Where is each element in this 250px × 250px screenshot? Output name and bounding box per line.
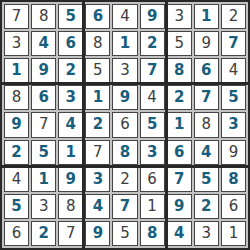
cell-r9c4[interactable]: 9: [85, 221, 110, 246]
cell-r1c6[interactable]: 9: [140, 4, 165, 29]
cell-r6c1[interactable]: 2: [4, 140, 29, 165]
cell-r9c5[interactable]: 5: [112, 221, 137, 246]
cell-r7c9[interactable]: 8: [221, 167, 246, 192]
cell-r7c8[interactable]: 5: [194, 167, 219, 192]
cell-r9c1[interactable]: 6: [4, 221, 29, 246]
cell-r8c9[interactable]: 6: [221, 194, 246, 219]
cell-r4c9[interactable]: 5: [221, 85, 246, 110]
cell-r5c4[interactable]: 2: [85, 112, 110, 137]
cell-r5c1[interactable]: 9: [4, 112, 29, 137]
cell-r6c4[interactable]: 7: [85, 140, 110, 165]
cell-r1c2[interactable]: 8: [31, 4, 56, 29]
cell-r4c1[interactable]: 8: [4, 85, 29, 110]
cell-r5c7[interactable]: 1: [167, 112, 192, 137]
cell-r3c6[interactable]: 7: [140, 58, 165, 83]
cell-r5c3[interactable]: 4: [58, 112, 83, 137]
cell-r7c1[interactable]: 4: [4, 167, 29, 192]
cell-r7c5[interactable]: 2: [112, 167, 137, 192]
cell-r7c2[interactable]: 1: [31, 167, 56, 192]
cell-r6c5[interactable]: 8: [112, 140, 137, 165]
cell-r3c5[interactable]: 3: [112, 58, 137, 83]
cell-r6c8[interactable]: 4: [194, 140, 219, 165]
cell-r4c4[interactable]: 1: [85, 85, 110, 110]
cell-r1c5[interactable]: 4: [112, 4, 137, 29]
cell-r5c6[interactable]: 5: [140, 112, 165, 137]
cell-r1c8[interactable]: 1: [194, 4, 219, 29]
cell-r4c5[interactable]: 9: [112, 85, 137, 110]
cell-r8c7[interactable]: 9: [167, 194, 192, 219]
cell-r1c3[interactable]: 5: [58, 4, 83, 29]
cell-r2c3[interactable]: 6: [58, 31, 83, 56]
cell-r2c5[interactable]: 1: [112, 31, 137, 56]
cell-r5c2[interactable]: 7: [31, 112, 56, 137]
cell-r2c9[interactable]: 7: [221, 31, 246, 56]
cell-r3c2[interactable]: 9: [31, 58, 56, 83]
cell-r1c4[interactable]: 6: [85, 4, 110, 29]
cell-r3c7[interactable]: 8: [167, 58, 192, 83]
cell-r4c2[interactable]: 6: [31, 85, 56, 110]
cell-r6c7[interactable]: 6: [167, 140, 192, 165]
cell-r8c2[interactable]: 3: [31, 194, 56, 219]
cell-r3c4[interactable]: 5: [85, 58, 110, 83]
cell-r6c9[interactable]: 9: [221, 140, 246, 165]
cell-r4c7[interactable]: 2: [167, 85, 192, 110]
cell-r6c6[interactable]: 3: [140, 140, 165, 165]
cell-r4c8[interactable]: 7: [194, 85, 219, 110]
cell-r1c1[interactable]: 7: [4, 4, 29, 29]
cell-r6c2[interactable]: 5: [31, 140, 56, 165]
cell-r7c7[interactable]: 7: [167, 167, 192, 192]
cell-r7c4[interactable]: 3: [85, 167, 110, 192]
cell-r2c7[interactable]: 5: [167, 31, 192, 56]
cell-r8c5[interactable]: 7: [112, 194, 137, 219]
cell-r3c3[interactable]: 2: [58, 58, 83, 83]
cell-r4c6[interactable]: 4: [140, 85, 165, 110]
cell-r8c8[interactable]: 2: [194, 194, 219, 219]
cell-r8c4[interactable]: 4: [85, 194, 110, 219]
cell-r1c7[interactable]: 3: [167, 4, 192, 29]
cell-r9c2[interactable]: 2: [31, 221, 56, 246]
cell-r3c9[interactable]: 4: [221, 58, 246, 83]
cell-r5c8[interactable]: 8: [194, 112, 219, 137]
cell-r9c6[interactable]: 8: [140, 221, 165, 246]
cell-r8c1[interactable]: 5: [4, 194, 29, 219]
cell-r2c8[interactable]: 9: [194, 31, 219, 56]
cell-r7c6[interactable]: 6: [140, 167, 165, 192]
cell-r5c5[interactable]: 6: [112, 112, 137, 137]
cell-r6c3[interactable]: 1: [58, 140, 83, 165]
sudoku-board: 7856493123468125971925378648631942759742…: [2, 2, 248, 248]
sudoku-board-container: 7856493123468125971925378648631942759742…: [0, 0, 250, 250]
cell-r2c1[interactable]: 3: [4, 31, 29, 56]
cell-r9c8[interactable]: 3: [194, 221, 219, 246]
cell-r1c9[interactable]: 2: [221, 4, 246, 29]
cell-r5c9[interactable]: 3: [221, 112, 246, 137]
cell-r4c3[interactable]: 3: [58, 85, 83, 110]
cell-r7c3[interactable]: 9: [58, 167, 83, 192]
cell-r2c6[interactable]: 2: [140, 31, 165, 56]
cell-r3c1[interactable]: 1: [4, 58, 29, 83]
cell-r8c6[interactable]: 1: [140, 194, 165, 219]
cell-r9c3[interactable]: 7: [58, 221, 83, 246]
cell-r8c3[interactable]: 8: [58, 194, 83, 219]
cell-r3c8[interactable]: 6: [194, 58, 219, 83]
cell-r9c7[interactable]: 4: [167, 221, 192, 246]
cell-r2c2[interactable]: 4: [31, 31, 56, 56]
cell-r2c4[interactable]: 8: [85, 31, 110, 56]
cell-r9c9[interactable]: 1: [221, 221, 246, 246]
